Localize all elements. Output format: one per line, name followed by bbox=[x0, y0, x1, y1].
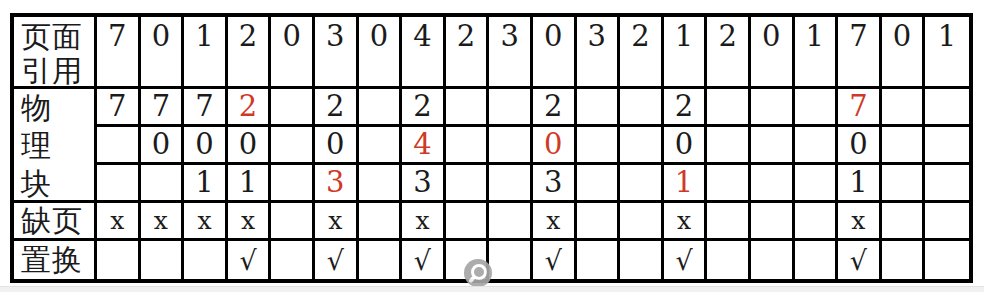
block1-col12-cell bbox=[577, 89, 621, 127]
page-bottom-divider bbox=[0, 286, 984, 292]
block2-col20-cell bbox=[925, 127, 969, 165]
block2-col13-cell bbox=[620, 127, 664, 165]
block2-col2-cell: 0 bbox=[141, 127, 185, 165]
replace-col4-cell: √ bbox=[228, 241, 272, 279]
block2-col17-cell bbox=[795, 127, 839, 165]
fault-col14-cell: x bbox=[664, 203, 708, 241]
replace-col11-cell: √ bbox=[533, 241, 577, 279]
refs-col8-cell: 4 bbox=[402, 17, 446, 89]
block2-col7-cell bbox=[359, 127, 403, 165]
fault-col6-cell: x bbox=[315, 203, 359, 241]
block2-col10-cell bbox=[489, 127, 533, 165]
fault-col8-cell: x bbox=[402, 203, 446, 241]
row-label-physical-blocks: 物 理 块 bbox=[14, 89, 97, 203]
block1-col7-cell bbox=[359, 89, 403, 127]
block2-col3-cell: 0 bbox=[184, 127, 228, 165]
fault-col4-cell: x bbox=[228, 203, 272, 241]
replace-col3-cell bbox=[184, 241, 228, 279]
block1-col11-cell: 2 bbox=[533, 89, 577, 127]
block3-col3-cell: 1 bbox=[184, 165, 228, 203]
block3-col16-cell bbox=[751, 165, 795, 203]
block3-col19-cell bbox=[882, 165, 926, 203]
fault-col20-cell bbox=[925, 203, 969, 241]
block1-col17-cell bbox=[795, 89, 839, 127]
fault-col11-cell: x bbox=[533, 203, 577, 241]
block1-col8-cell: 2 bbox=[402, 89, 446, 127]
block2-col11-cell: 0 bbox=[533, 127, 577, 165]
block1-col4-cell: 2 bbox=[228, 89, 272, 127]
block1-col18-cell: 7 bbox=[838, 89, 882, 127]
fault-col9-cell bbox=[446, 203, 490, 241]
block1-col1-cell: 7 bbox=[97, 89, 141, 127]
magnifier-handle bbox=[468, 276, 476, 284]
row-label-physical-blocks-char2: 理 bbox=[21, 127, 52, 165]
fault-col18-cell: x bbox=[838, 203, 882, 241]
row-label-physical-blocks-char3: 块 bbox=[21, 165, 52, 203]
refs-col7-cell: 0 bbox=[359, 17, 403, 89]
row-label-replacement: 置换 bbox=[14, 241, 97, 279]
block3-col4-cell: 1 bbox=[228, 165, 272, 203]
refs-col2-cell: 0 bbox=[141, 17, 185, 89]
block2-col4-cell: 0 bbox=[228, 127, 272, 165]
block3-col15-cell bbox=[707, 165, 751, 203]
fault-col1-cell: x bbox=[97, 203, 141, 241]
replace-col2-cell bbox=[141, 241, 185, 279]
block1-col2-cell: 7 bbox=[141, 89, 185, 127]
opt-page-replacement-table: 页面 引用 物 理 块 缺页 置换 7012030423032120170177… bbox=[10, 13, 973, 283]
block2-col18-cell: 0 bbox=[838, 127, 882, 165]
block2-col16-cell bbox=[751, 127, 795, 165]
row-label-physical-blocks-char1: 物 bbox=[21, 89, 52, 127]
block1-col20-cell bbox=[925, 89, 969, 127]
block1-col16-cell bbox=[751, 89, 795, 127]
replace-col10-cell bbox=[489, 241, 533, 279]
refs-col10-cell: 3 bbox=[489, 17, 533, 89]
block1-col6-cell: 2 bbox=[315, 89, 359, 127]
block1-col10-cell bbox=[489, 89, 533, 127]
refs-col17-cell: 1 bbox=[795, 17, 839, 89]
refs-col6-cell: 3 bbox=[315, 17, 359, 89]
refs-col3-cell: 1 bbox=[184, 17, 228, 89]
refs-col15-cell: 2 bbox=[707, 17, 751, 89]
fault-col10-cell bbox=[489, 203, 533, 241]
block2-col8-cell: 4 bbox=[402, 127, 446, 165]
fault-col3-cell: x bbox=[184, 203, 228, 241]
refs-col18-cell: 7 bbox=[838, 17, 882, 89]
block1-col5-cell bbox=[271, 89, 315, 127]
fault-col17-cell bbox=[795, 203, 839, 241]
replace-col18-cell: √ bbox=[838, 241, 882, 279]
block3-col20-cell bbox=[925, 165, 969, 203]
fault-col12-cell bbox=[577, 203, 621, 241]
block3-col2-cell bbox=[141, 165, 185, 203]
fault-col7-cell bbox=[359, 203, 403, 241]
block2-col6-cell: 0 bbox=[315, 127, 359, 165]
block2-col5-cell bbox=[271, 127, 315, 165]
block3-col8-cell: 3 bbox=[402, 165, 446, 203]
block3-col13-cell bbox=[620, 165, 664, 203]
block2-col14-cell: 0 bbox=[664, 127, 708, 165]
block3-col10-cell bbox=[489, 165, 533, 203]
refs-col5-cell: 0 bbox=[271, 17, 315, 89]
zoom-magnifier-icon[interactable] bbox=[464, 259, 492, 287]
replace-col19-cell bbox=[882, 241, 926, 279]
fault-col13-cell bbox=[620, 203, 664, 241]
fault-col16-cell bbox=[751, 203, 795, 241]
block1-col15-cell bbox=[707, 89, 751, 127]
block3-col6-cell: 3 bbox=[315, 165, 359, 203]
replace-col7-cell bbox=[359, 241, 403, 279]
replace-col13-cell bbox=[620, 241, 664, 279]
block3-col11-cell: 3 bbox=[533, 165, 577, 203]
block2-col15-cell bbox=[707, 127, 751, 165]
replace-col17-cell bbox=[795, 241, 839, 279]
row-label-page-reference: 页面 引用 bbox=[14, 17, 97, 89]
replace-col5-cell bbox=[271, 241, 315, 279]
refs-col4-cell: 2 bbox=[228, 17, 272, 89]
refs-col14-cell: 1 bbox=[664, 17, 708, 89]
block3-col9-cell bbox=[446, 165, 490, 203]
fault-col2-cell: x bbox=[141, 203, 185, 241]
refs-col20-cell: 1 bbox=[925, 17, 969, 89]
block2-col1-cell bbox=[97, 127, 141, 165]
refs-col9-cell: 2 bbox=[446, 17, 490, 89]
block3-col12-cell bbox=[577, 165, 621, 203]
refs-col12-cell: 3 bbox=[577, 17, 621, 89]
row-label-page-reference-line1: 页面 bbox=[21, 20, 83, 54]
fault-col5-cell bbox=[271, 203, 315, 241]
refs-col19-cell: 0 bbox=[882, 17, 926, 89]
block1-col3-cell: 7 bbox=[184, 89, 228, 127]
row-label-page-fault: 缺页 bbox=[14, 203, 97, 241]
block2-col12-cell bbox=[577, 127, 621, 165]
block1-col14-cell: 2 bbox=[664, 89, 708, 127]
block2-col19-cell bbox=[882, 127, 926, 165]
block3-col17-cell bbox=[795, 165, 839, 203]
block1-col9-cell bbox=[446, 89, 490, 127]
replace-col8-cell: √ bbox=[402, 241, 446, 279]
block3-col5-cell bbox=[271, 165, 315, 203]
replace-col6-cell: √ bbox=[315, 241, 359, 279]
replace-col12-cell bbox=[577, 241, 621, 279]
replace-col1-cell bbox=[97, 241, 141, 279]
fault-col15-cell bbox=[707, 203, 751, 241]
block2-col9-cell bbox=[446, 127, 490, 165]
replace-col14-cell: √ bbox=[664, 241, 708, 279]
block3-col7-cell bbox=[359, 165, 403, 203]
block3-col1-cell bbox=[97, 165, 141, 203]
block3-col18-cell: 1 bbox=[838, 165, 882, 203]
replace-col15-cell bbox=[707, 241, 751, 279]
refs-col1-cell: 7 bbox=[97, 17, 141, 89]
row-label-page-reference-line2: 引用 bbox=[21, 54, 83, 88]
replace-col20-cell bbox=[925, 241, 969, 279]
block1-col19-cell bbox=[882, 89, 926, 127]
block3-col14-cell: 1 bbox=[664, 165, 708, 203]
fault-col19-cell bbox=[882, 203, 926, 241]
refs-col16-cell: 0 bbox=[751, 17, 795, 89]
block1-col13-cell bbox=[620, 89, 664, 127]
replace-col16-cell bbox=[751, 241, 795, 279]
refs-col13-cell: 2 bbox=[620, 17, 664, 89]
refs-col11-cell: 0 bbox=[533, 17, 577, 89]
